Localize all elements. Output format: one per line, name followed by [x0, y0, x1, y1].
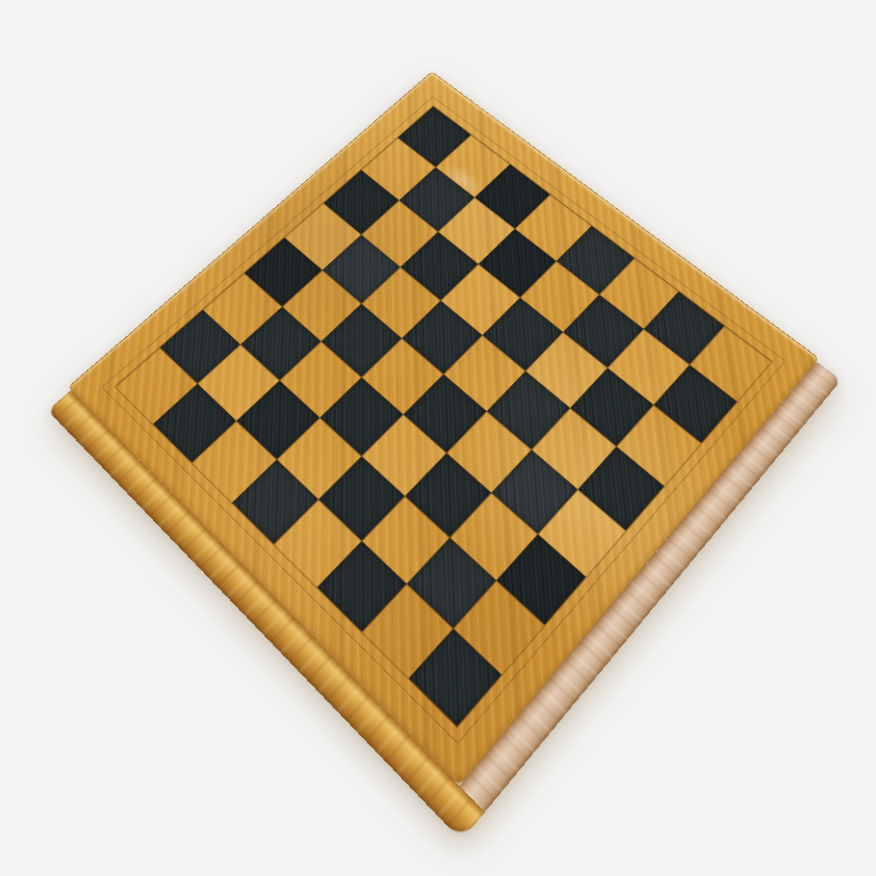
checker-field — [116, 106, 772, 726]
checkerboard — [68, 71, 820, 786]
photo-background — [0, 0, 876, 876]
board-lean-wrapper — [0, 0, 876, 876]
board-surface — [68, 71, 820, 786]
